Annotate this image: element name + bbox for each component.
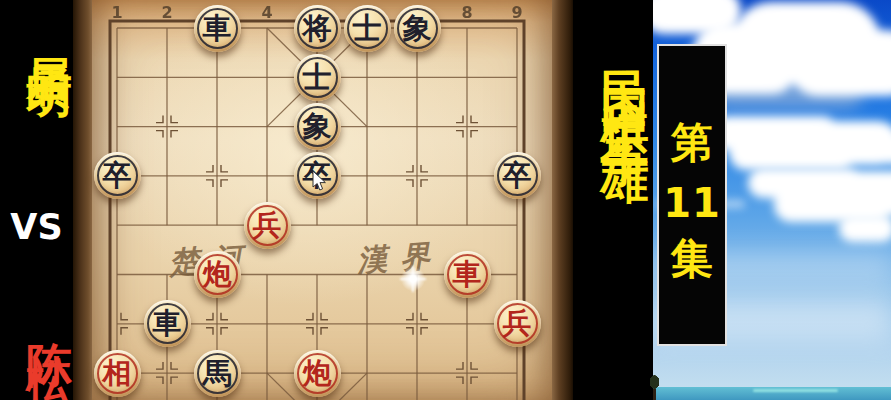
episode-suffix: 集: [659, 231, 725, 287]
column-label-4: 4: [255, 3, 279, 22]
episode-prefix: 第: [659, 115, 725, 171]
black-piece-士-f5r1[interactable]: 士: [294, 54, 341, 101]
column-label-1: 1: [105, 3, 129, 22]
red-piece-相-f1r7[interactable]: 相: [94, 350, 141, 397]
column-label-9: 9: [505, 3, 529, 22]
black-piece-車-f3r0[interactable]: 車: [194, 5, 241, 52]
episode-badge: 第 11 集: [657, 44, 727, 346]
sea-highlight: [753, 389, 838, 392]
red-piece-炮-f5r7[interactable]: 炮: [294, 350, 341, 397]
black-piece-将-f5r0[interactable]: 将: [294, 5, 341, 52]
episode-number: 11: [659, 180, 725, 226]
column-label-8: 8: [455, 3, 479, 22]
right-banner: 民国棋王争雄: [573, 0, 653, 400]
red-piece-炮-f3r5[interactable]: 炮: [194, 251, 241, 298]
mouse-cursor: [312, 171, 328, 197]
black-piece-卒-f9r3[interactable]: 卒: [494, 152, 541, 199]
player-name-top: 屠景明: [0, 22, 73, 46]
black-piece-馬-f3r7[interactable]: 馬: [194, 350, 241, 397]
cloud: [839, 215, 891, 242]
black-piece-卒-f1r3[interactable]: 卒: [94, 152, 141, 199]
cloud: [748, 168, 864, 198]
black-piece-士-f6r0[interactable]: 士: [344, 5, 391, 52]
tree-silhouette: [646, 371, 663, 400]
sea-horizon: [653, 387, 891, 400]
screenshot-stage: 屠景明 VS 陈松 123456789 楚河 漢界 車将士象士象卒卒卒車馬兵炮車…: [0, 0, 891, 400]
move-highlight-sparkle: [399, 265, 427, 293]
column-label-2: 2: [155, 3, 179, 22]
series-title: 民国棋王争雄: [577, 33, 650, 135]
left-banner: 屠景明 VS 陈松: [0, 0, 73, 400]
black-piece-象-f7r0[interactable]: 象: [394, 5, 441, 52]
red-piece-兵-f9r6[interactable]: 兵: [494, 300, 541, 347]
red-piece-兵-f4r4[interactable]: 兵: [244, 202, 291, 249]
black-piece-象-f5r2[interactable]: 象: [294, 103, 341, 150]
vs-label: VS: [0, 207, 73, 247]
black-piece-車-f2r6[interactable]: 車: [144, 300, 191, 347]
red-piece-車-f8r5[interactable]: 車: [444, 251, 491, 298]
cloud: [711, 116, 839, 150]
player-name-bottom: 陈松: [0, 305, 73, 333]
xiangqi-board[interactable]: 123456789 楚河 漢界 車将士象士象卒卒卒車馬兵炮車兵相炮: [73, 0, 573, 400]
